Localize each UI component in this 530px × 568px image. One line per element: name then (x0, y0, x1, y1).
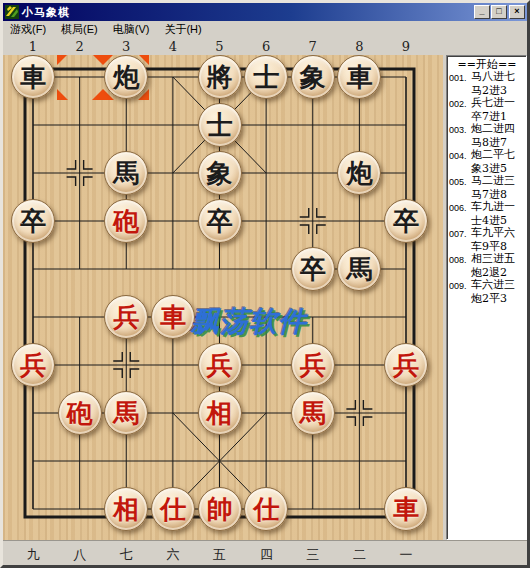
file-label-bottom: 一 (396, 546, 416, 564)
close-button[interactable]: × (509, 5, 525, 19)
piece-red-general[interactable]: 帥 (198, 487, 242, 531)
piece-red-advisor[interactable]: 仕 (244, 487, 288, 531)
move-number: 002. (449, 97, 471, 111)
piece-red-elephant[interactable]: 相 (198, 391, 242, 435)
move-number: 004. (449, 149, 471, 163)
move-number: 005. (449, 175, 471, 189)
file-label-top: 8 (349, 39, 369, 54)
maximize-button[interactable]: □ (491, 5, 507, 19)
move-number (449, 137, 471, 150)
piece-black-cannon[interactable]: 炮 (104, 55, 148, 99)
move-number (449, 111, 471, 124)
marker-corner (92, 89, 103, 100)
piece-red-horse[interactable]: 馬 (104, 391, 148, 435)
file-label-bottom: 五 (210, 546, 230, 564)
move-number: 006. (449, 201, 471, 215)
xiangqi-board[interactable]: 飘荡软件 車炮將士象車士馬象炮卒砲卒卒卒馬兵車兵兵兵兵砲馬相馬相仕帥仕車 (3, 55, 443, 540)
piece-black-advisor[interactable]: 士 (198, 103, 242, 147)
move-number: 007. (449, 227, 471, 241)
file-label-top: 4 (163, 39, 183, 54)
file-label-bottom: 四 (256, 546, 276, 564)
piece-black-elephant[interactable]: 象 (291, 55, 335, 99)
move-text: 车九进一 (471, 201, 515, 215)
move-number: 003. (449, 123, 471, 137)
file-label-bottom: 八 (70, 546, 90, 564)
move-number: 008. (449, 253, 471, 267)
minimize-button[interactable]: _ (474, 5, 490, 19)
piece-red-pawn[interactable]: 兵 (104, 295, 148, 339)
main-area: 飘荡软件 車炮將士象車士馬象炮卒砲卒卒卒馬兵車兵兵兵兵砲馬相馬相仕帥仕車 ==开… (3, 55, 527, 540)
file-label-bottom: 九 (23, 546, 43, 564)
move-number (449, 189, 471, 202)
piece-red-pawn[interactable]: 兵 (198, 343, 242, 387)
file-label-top: 6 (256, 39, 276, 54)
marker-corner (57, 89, 68, 100)
menu-item[interactable]: 电脑(V) (106, 21, 158, 38)
piece-red-horse[interactable]: 馬 (291, 391, 335, 435)
piece-red-cannon[interactable]: 砲 (104, 199, 148, 243)
marker-corner (92, 55, 103, 65)
menu-item[interactable]: 棋局(E) (54, 21, 106, 38)
move-entry-red[interactable]: 003.炮二进四 (449, 123, 525, 137)
title-bar[interactable]: 小马象棋 _ □ × (3, 3, 527, 21)
move-text: 炮2平3 (471, 293, 507, 306)
file-label-bottom: 七 (116, 546, 136, 564)
piece-black-pawn[interactable]: 卒 (11, 199, 55, 243)
move-list-panel[interactable]: ==开始== 001.马八进七马2进3002.兵七进一卒7进1003.炮二进四马… (446, 55, 527, 540)
piece-red-cannon[interactable]: 砲 (58, 391, 102, 435)
window-title: 小马象棋 (22, 5, 473, 20)
file-label-bottom: 三 (303, 546, 323, 564)
piece-black-horse[interactable]: 馬 (104, 151, 148, 195)
move-entry-red[interactable]: 001.马八进七 (449, 71, 525, 85)
piece-black-elephant[interactable]: 象 (198, 151, 242, 195)
last-move-from-marker (57, 55, 103, 100)
file-labels-top: 123456789 (3, 37, 527, 55)
menu-item[interactable]: 游戏(F) (3, 21, 54, 38)
piece-black-pawn[interactable]: 卒 (291, 247, 335, 291)
file-label-top: 1 (23, 39, 43, 54)
file-label-top: 2 (70, 39, 90, 54)
move-entry-red[interactable]: 009.车六进三 (449, 279, 525, 293)
piece-red-pawn[interactable]: 兵 (11, 343, 55, 387)
move-number (449, 241, 471, 254)
move-entry-red[interactable]: 007.车九平六 (449, 227, 525, 241)
piece-black-advisor[interactable]: 士 (244, 55, 288, 99)
piece-red-chariot[interactable]: 車 (151, 295, 195, 339)
move-text: 兵七进一 (471, 97, 515, 111)
file-label-top: 3 (116, 39, 136, 54)
move-entry-red[interactable]: 002.兵七进一 (449, 97, 525, 111)
file-label-top: 7 (303, 39, 323, 54)
move-text: 车九平六 (471, 227, 515, 241)
app-icon (5, 5, 19, 19)
menu-bar: 游戏(F)棋局(E)电脑(V)关于(H) (3, 21, 527, 37)
piece-black-general[interactable]: 將 (198, 55, 242, 99)
piece-red-pawn[interactable]: 兵 (291, 343, 335, 387)
move-text: 炮二平七 (471, 149, 515, 163)
move-text: 相三进五 (471, 253, 515, 267)
move-number (449, 163, 471, 176)
move-number (449, 267, 471, 280)
move-entry-red[interactable]: 008.相三进五 (449, 253, 525, 267)
piece-black-pawn[interactable]: 卒 (198, 199, 242, 243)
move-number (449, 293, 471, 306)
move-text: 车六进三 (471, 279, 515, 293)
move-entry-red[interactable]: 006.车九进一 (449, 201, 525, 215)
piece-black-pawn[interactable]: 卒 (384, 199, 428, 243)
move-number: 001. (449, 71, 471, 85)
piece-black-chariot[interactable]: 車 (11, 55, 55, 99)
move-text: 马八进七 (471, 71, 515, 85)
marker-corner (57, 55, 68, 65)
file-labels-bottom: 九八七六五四三二一 (3, 540, 527, 565)
piece-red-advisor[interactable]: 仕 (151, 487, 195, 531)
file-label-bottom: 六 (163, 546, 183, 564)
move-text: 马二进三 (471, 175, 515, 189)
file-label-bottom: 二 (349, 546, 369, 564)
move-number (449, 215, 471, 228)
app-window: 小马象棋 _ □ × 游戏(F)棋局(E)电脑(V)关于(H) 12345678… (0, 0, 530, 568)
move-text: 炮二进四 (471, 123, 515, 137)
move-entry-red[interactable]: 004.炮二平七 (449, 149, 525, 163)
menu-item[interactable]: 关于(H) (157, 21, 209, 38)
file-label-top: 5 (210, 39, 230, 54)
piece-red-chariot[interactable]: 車 (384, 487, 428, 531)
move-entry-black[interactable]: 炮2平3 (449, 293, 525, 306)
file-label-top: 9 (396, 39, 416, 54)
move-entry-red[interactable]: 005.马二进三 (449, 175, 525, 189)
piece-red-pawn[interactable]: 兵 (384, 343, 428, 387)
move-number: 009. (449, 279, 471, 293)
move-number (449, 85, 471, 98)
piece-red-elephant[interactable]: 相 (104, 487, 148, 531)
